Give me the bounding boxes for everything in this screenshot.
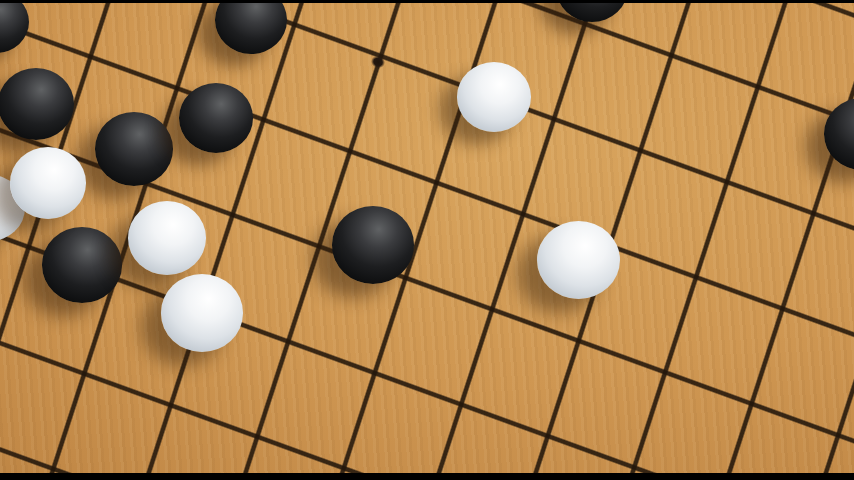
splash-screen: UST GO 棋弈无限 [0,0,854,480]
go-stone-black[interactable] [824,98,854,169]
go-stone-black[interactable] [0,68,74,139]
go-stone-black[interactable] [215,0,287,54]
go-stone-white[interactable] [537,221,620,299]
letterbox-bar-bottom [0,473,854,480]
go-stone-white[interactable] [128,201,206,274]
go-stone-black[interactable] [95,112,173,185]
go-stone-white[interactable] [161,274,243,351]
go-stone-white[interactable] [10,147,86,218]
go-stone-white[interactable] [457,62,531,132]
go-stone-black[interactable] [332,206,414,283]
go-stone-black[interactable] [42,227,122,302]
go-stone-black[interactable] [556,0,628,22]
letterbox-bar-top [0,0,854,3]
go-stone-black[interactable] [0,0,29,53]
justgo-logo: UST GO 棋弈无限 [640,330,840,470]
go-stone-black[interactable] [179,83,253,153]
